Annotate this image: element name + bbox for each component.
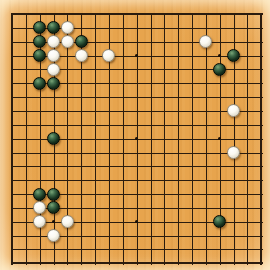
grid-line-horizontal <box>11 180 263 181</box>
stone-black[interactable] <box>47 132 60 145</box>
grid-line-horizontal <box>11 153 263 154</box>
stone-white[interactable] <box>227 146 240 159</box>
stone-white[interactable] <box>199 35 212 48</box>
grid-line-vertical <box>192 14 193 265</box>
stone-white[interactable] <box>33 215 46 228</box>
go-board[interactable] <box>0 0 270 270</box>
stone-black[interactable] <box>33 35 46 48</box>
stone-white[interactable] <box>47 229 60 242</box>
stone-black[interactable] <box>47 201 60 214</box>
stone-white[interactable] <box>47 49 60 62</box>
grid-line-vertical <box>206 14 207 265</box>
stone-white[interactable] <box>47 63 60 76</box>
stone-black[interactable] <box>227 49 240 62</box>
stone-black[interactable] <box>213 63 226 76</box>
grid-line-horizontal <box>11 262 263 264</box>
grid-line-horizontal <box>11 166 263 167</box>
stone-white[interactable] <box>61 21 74 34</box>
grid-line-vertical <box>260 14 262 265</box>
stone-white[interactable] <box>61 215 74 228</box>
stone-black[interactable] <box>33 188 46 201</box>
stone-black[interactable] <box>47 188 60 201</box>
stone-black[interactable] <box>213 215 226 228</box>
grid-line-vertical <box>164 14 165 265</box>
stone-white[interactable] <box>47 35 60 48</box>
stone-white[interactable] <box>33 201 46 214</box>
grid-line-vertical <box>247 14 248 265</box>
stone-black[interactable] <box>33 21 46 34</box>
stone-white[interactable] <box>61 35 74 48</box>
stone-black[interactable] <box>75 35 88 48</box>
stone-black[interactable] <box>33 77 46 90</box>
stone-black[interactable] <box>47 77 60 90</box>
stone-white[interactable] <box>227 104 240 117</box>
stone-white[interactable] <box>75 49 88 62</box>
grid-line-vertical <box>151 14 152 265</box>
grid-line-vertical <box>178 14 179 265</box>
stone-black[interactable] <box>47 21 60 34</box>
stone-white[interactable] <box>102 49 115 62</box>
stone-black[interactable] <box>33 49 46 62</box>
grid-line-horizontal <box>11 249 263 250</box>
